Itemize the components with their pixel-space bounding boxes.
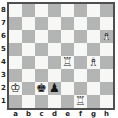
square-d6[interactable] [48, 30, 61, 43]
square-a7[interactable] [9, 17, 22, 30]
square-g4[interactable]: ♝♗ [87, 56, 100, 69]
file-label: e [61, 110, 74, 118]
square-d4[interactable] [48, 56, 61, 69]
square-e4[interactable]: ♜♖ [61, 56, 74, 69]
black-pawn[interactable]: ♟ [48, 82, 61, 95]
chess-board: ♝♗♜♖♝♗♚♔♚♟♜♖ [7, 2, 115, 110]
piece-glyph: ♖ [61, 56, 74, 69]
file-label: d [48, 110, 61, 118]
white-bishop[interactable]: ♝♗ [87, 56, 100, 69]
rank-label: 5 [0, 43, 7, 56]
square-g8[interactable] [87, 4, 100, 17]
square-b2[interactable] [22, 82, 35, 95]
square-c7[interactable] [35, 17, 48, 30]
square-a8[interactable] [9, 4, 22, 17]
square-c1[interactable] [35, 95, 48, 108]
square-g7[interactable] [87, 17, 100, 30]
square-d5[interactable] [48, 43, 61, 56]
file-label: h [100, 110, 113, 118]
square-h3[interactable] [100, 69, 113, 82]
rank-label: 7 [0, 17, 7, 30]
square-d8[interactable] [48, 4, 61, 17]
square-d2[interactable]: ♟ [48, 82, 61, 95]
square-b7[interactable] [22, 17, 35, 30]
file-labels: abcdefgh [9, 110, 113, 118]
square-f6[interactable] [74, 30, 87, 43]
file-label: a [9, 110, 22, 118]
square-h5[interactable] [100, 43, 113, 56]
square-h4[interactable] [100, 56, 113, 69]
square-c8[interactable] [35, 4, 48, 17]
square-f5[interactable] [74, 43, 87, 56]
rank-label: 8 [0, 4, 7, 17]
square-e8[interactable] [61, 4, 74, 17]
file-label: c [35, 110, 48, 118]
file-label: b [22, 110, 35, 118]
square-h1[interactable] [100, 95, 113, 108]
white-rook[interactable]: ♜♖ [74, 95, 87, 108]
square-h8[interactable] [100, 4, 113, 17]
square-d1[interactable] [48, 95, 61, 108]
square-c2[interactable]: ♚ [35, 82, 48, 95]
square-e6[interactable] [61, 30, 74, 43]
square-b5[interactable] [22, 43, 35, 56]
square-b3[interactable] [22, 69, 35, 82]
rank-label: 1 [0, 95, 7, 108]
square-f3[interactable] [74, 69, 87, 82]
square-a4[interactable] [9, 56, 22, 69]
square-b4[interactable] [22, 56, 35, 69]
rank-label: 6 [0, 30, 7, 43]
piece-glyph: ♚ [35, 82, 48, 95]
square-c6[interactable] [35, 30, 48, 43]
square-e3[interactable] [61, 69, 74, 82]
white-rook[interactable]: ♜♖ [61, 56, 74, 69]
square-g1[interactable] [87, 95, 100, 108]
square-h2[interactable] [100, 82, 113, 95]
piece-glyph: ♗ [100, 30, 113, 43]
piece-glyph: ♟ [48, 82, 61, 95]
square-g3[interactable] [87, 69, 100, 82]
square-c4[interactable] [35, 56, 48, 69]
square-f8[interactable] [74, 4, 87, 17]
piece-glyph: ♖ [74, 95, 87, 108]
file-label: f [74, 110, 87, 118]
piece-glyph: ♗ [87, 56, 100, 69]
chess-diagram: 87654321 ♝♗♜♖♝♗♚♔♚♟♜♖ abcdefgh [0, 0, 118, 118]
square-b1[interactable] [22, 95, 35, 108]
square-h6[interactable]: ♝♗ [100, 30, 113, 43]
black-king[interactable]: ♚ [35, 82, 48, 95]
square-e7[interactable] [61, 17, 74, 30]
square-a5[interactable] [9, 43, 22, 56]
square-f1[interactable]: ♜♖ [74, 95, 87, 108]
square-g6[interactable] [87, 30, 100, 43]
square-a2[interactable]: ♚♔ [9, 82, 22, 95]
piece-glyph: ♔ [9, 82, 22, 95]
white-bishop[interactable]: ♝♗ [100, 30, 113, 43]
square-g2[interactable] [87, 82, 100, 95]
square-b8[interactable] [22, 4, 35, 17]
square-c5[interactable] [35, 43, 48, 56]
square-b6[interactable] [22, 30, 35, 43]
file-label: g [87, 110, 100, 118]
square-d7[interactable] [48, 17, 61, 30]
square-a1[interactable] [9, 95, 22, 108]
rank-label: 2 [0, 82, 7, 95]
rank-label: 4 [0, 56, 7, 69]
white-king[interactable]: ♚♔ [9, 82, 22, 95]
rank-label: 3 [0, 69, 7, 82]
square-e1[interactable] [61, 95, 74, 108]
square-a6[interactable] [9, 30, 22, 43]
square-f4[interactable] [74, 56, 87, 69]
square-f7[interactable] [74, 17, 87, 30]
rank-labels: 87654321 [0, 4, 7, 108]
square-e2[interactable] [61, 82, 74, 95]
